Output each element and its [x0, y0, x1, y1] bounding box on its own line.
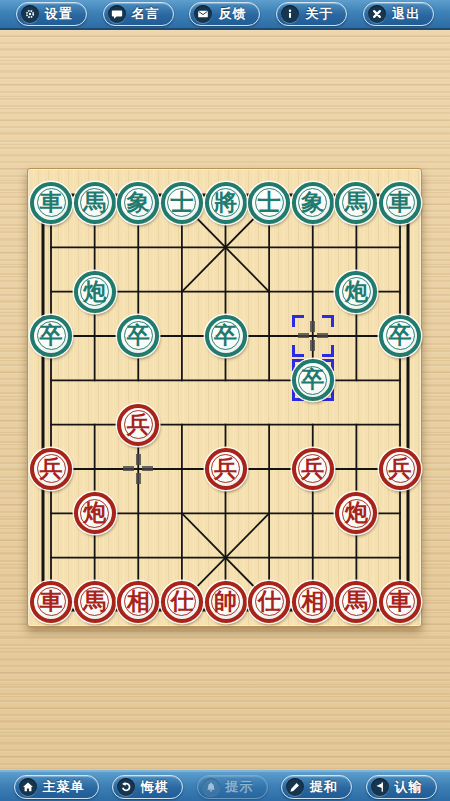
piece-character: 仕 — [258, 590, 281, 613]
piece-character: 車 — [40, 191, 63, 214]
bell-icon — [202, 778, 220, 796]
piece-character: 將 — [214, 191, 237, 214]
board-cell[interactable]: 炮 — [335, 269, 379, 313]
bottom-toolbar: 主菜单 悔棋 提示 提和 认输 — [0, 770, 450, 801]
offer-draw-button[interactable]: 提和 — [281, 775, 352, 799]
red-piece-相[interactable]: 相 — [292, 581, 334, 623]
black-piece-將[interactable]: 將 — [205, 182, 247, 224]
black-piece-象[interactable]: 象 — [117, 182, 159, 224]
piece-character: 相 — [301, 590, 324, 613]
piece-character: 相 — [127, 590, 150, 613]
red-piece-相[interactable]: 相 — [117, 581, 159, 623]
board-cell[interactable]: 車 — [29, 580, 73, 624]
offer-draw-label: 提和 — [310, 778, 338, 796]
xiangqi-board[interactable]: 卒車馬象士將士象馬車炮炮卒卒卒卒兵兵兵兵兵炮炮車馬相仕帥仕相馬車 — [27, 168, 422, 627]
piece-character: 士 — [258, 191, 281, 214]
board-cell[interactable]: 仕 — [160, 580, 204, 624]
red-piece-仕[interactable]: 仕 — [248, 581, 290, 623]
flag-icon — [371, 778, 389, 796]
red-piece-車[interactable]: 車 — [379, 581, 421, 623]
hint-label: 提示 — [226, 778, 254, 796]
pencil-icon — [286, 778, 304, 796]
exit-button[interactable]: 退出 — [363, 2, 434, 26]
board-cell[interactable]: 卒 — [204, 314, 248, 358]
red-piece-帥[interactable]: 帥 — [205, 581, 247, 623]
close-icon — [368, 5, 386, 23]
piece-character: 馬 — [345, 191, 368, 214]
black-piece-車[interactable]: 車 — [30, 182, 72, 224]
piece-character: 炮 — [345, 280, 368, 303]
board-cell[interactable]: 馬 — [73, 181, 117, 225]
black-piece-炮[interactable]: 炮 — [74, 271, 116, 313]
red-piece-馬[interactable]: 馬 — [74, 581, 116, 623]
black-piece-卒[interactable]: 卒 — [117, 315, 159, 357]
settings-label: 设置 — [45, 5, 73, 23]
selection-corner-brackets — [292, 315, 334, 357]
board-cell[interactable]: 相 — [116, 580, 160, 624]
move-origin-crosshair-icon — [123, 454, 153, 484]
piece-character: 卒 — [301, 368, 324, 391]
quotes-label: 名言 — [132, 5, 160, 23]
piece-character: 兵 — [389, 457, 412, 480]
piece-character: 卒 — [40, 324, 63, 347]
board-cell[interactable]: 相 — [291, 580, 335, 624]
black-piece-士[interactable]: 士 — [248, 182, 290, 224]
top-toolbar: 设置 名言 反馈 关于 退出 — [0, 0, 450, 30]
black-piece-卒[interactable]: 卒 — [205, 315, 247, 357]
black-piece-卒[interactable]: 卒 — [30, 315, 72, 357]
black-piece-士[interactable]: 士 — [161, 182, 203, 224]
black-piece-車[interactable]: 車 — [379, 182, 421, 224]
pieces-layer: 卒車馬象士將士象馬車炮炮卒卒卒卒兵兵兵兵兵炮炮車馬相仕帥仕相馬車 — [29, 181, 422, 624]
quotes-button[interactable]: 名言 — [103, 2, 174, 26]
piece-character: 車 — [389, 590, 412, 613]
hint-button: 提示 — [197, 775, 268, 799]
black-piece-卒-selected[interactable]: 卒 — [292, 359, 334, 401]
piece-character: 兵 — [40, 457, 63, 480]
red-piece-車[interactable]: 車 — [30, 581, 72, 623]
piece-character: 炮 — [83, 501, 106, 524]
board-cell[interactable]: 馬 — [335, 580, 379, 624]
piece-character: 卒 — [127, 324, 150, 347]
board-cell[interactable]: 仕 — [247, 580, 291, 624]
piece-character: 卒 — [389, 324, 412, 347]
move-origin-cell[interactable] — [291, 314, 335, 358]
undo-label: 悔棋 — [141, 778, 169, 796]
feedback-button[interactable]: 反馈 — [189, 2, 260, 26]
speech-bubble-icon — [108, 5, 126, 23]
board-cell[interactable]: 卒 — [116, 314, 160, 358]
board-cell[interactable]: 象 — [116, 181, 160, 225]
board-cell[interactable]: 炮 — [73, 269, 117, 313]
board-cell[interactable]: 將 — [204, 181, 248, 225]
move-origin-cell[interactable] — [116, 447, 160, 491]
black-piece-馬[interactable]: 馬 — [335, 182, 377, 224]
red-piece-炮[interactable]: 炮 — [335, 492, 377, 534]
board-cell[interactable]: 兵 — [204, 447, 248, 491]
undo-icon — [117, 778, 135, 796]
board-cell[interactable]: 車 — [378, 580, 422, 624]
piece-character: 象 — [301, 191, 324, 214]
board-cell[interactable]: 兵 — [378, 447, 422, 491]
board-cell[interactable]: 象 — [291, 181, 335, 225]
feedback-label: 反馈 — [218, 5, 246, 23]
resign-label: 认输 — [395, 778, 423, 796]
piece-character: 炮 — [83, 280, 106, 303]
piece-character: 炮 — [345, 501, 368, 524]
red-piece-兵[interactable]: 兵 — [379, 448, 421, 490]
board-cell[interactable]: 炮 — [73, 491, 117, 535]
piece-character: 帥 — [214, 590, 237, 613]
board-cell[interactable]: 卒 — [378, 314, 422, 358]
board-cell[interactable]: 兵 — [29, 447, 73, 491]
board-cell[interactable]: 卒 — [29, 314, 73, 358]
board-cell[interactable]: 兵 — [291, 447, 335, 491]
board-cell[interactable]: 士 — [247, 181, 291, 225]
red-piece-炮[interactable]: 炮 — [74, 492, 116, 534]
board-cell[interactable]: 帥 — [204, 580, 248, 624]
info-icon — [281, 5, 299, 23]
exit-label: 退出 — [392, 5, 420, 23]
piece-character: 兵 — [214, 457, 237, 480]
board-cell[interactable]: 車 — [29, 181, 73, 225]
home-icon — [19, 778, 37, 796]
piece-character: 車 — [40, 590, 63, 613]
board-cell[interactable]: 炮 — [335, 491, 379, 535]
red-piece-仕[interactable]: 仕 — [161, 581, 203, 623]
board-cell[interactable]: 馬 — [335, 181, 379, 225]
board-cell[interactable]: 馬 — [73, 580, 117, 624]
undo-button[interactable]: 悔棋 — [112, 775, 183, 799]
piece-character: 馬 — [83, 191, 106, 214]
board-cell[interactable]: 兵 — [116, 402, 160, 446]
red-piece-馬[interactable]: 馬 — [335, 581, 377, 623]
piece-character: 兵 — [301, 457, 324, 480]
board-cell[interactable]: 車 — [378, 181, 422, 225]
red-piece-兵[interactable]: 兵 — [205, 448, 247, 490]
gear-icon — [21, 5, 39, 23]
about-label: 关于 — [305, 5, 333, 23]
main-menu-label: 主菜单 — [43, 778, 85, 796]
piece-character: 仕 — [170, 590, 193, 613]
piece-character: 象 — [127, 191, 150, 214]
black-piece-象[interactable]: 象 — [292, 182, 334, 224]
envelope-icon — [194, 5, 212, 23]
about-button[interactable]: 关于 — [276, 2, 347, 26]
main-menu-button[interactable]: 主菜单 — [14, 775, 99, 799]
black-piece-卒[interactable]: 卒 — [379, 315, 421, 357]
settings-button[interactable]: 设置 — [16, 2, 87, 26]
black-piece-炮[interactable]: 炮 — [335, 271, 377, 313]
black-piece-馬[interactable]: 馬 — [74, 182, 116, 224]
piece-character: 馬 — [345, 590, 368, 613]
red-piece-兵[interactable]: 兵 — [117, 404, 159, 446]
piece-character: 兵 — [127, 413, 150, 436]
board-cell[interactable]: 士 — [160, 181, 204, 225]
red-piece-兵[interactable]: 兵 — [292, 448, 334, 490]
red-piece-兵[interactable]: 兵 — [30, 448, 72, 490]
piece-character: 車 — [389, 191, 412, 214]
piece-character: 士 — [170, 191, 193, 214]
resign-button[interactable]: 认输 — [366, 775, 437, 799]
last-move-cell[interactable]: 卒 — [291, 358, 335, 402]
piece-character: 卒 — [214, 324, 237, 347]
piece-character: 馬 — [83, 590, 106, 613]
